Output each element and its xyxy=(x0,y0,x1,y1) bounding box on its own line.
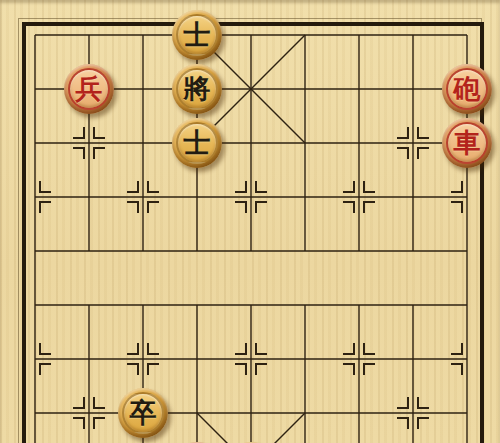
piece-face: 士 xyxy=(176,14,218,56)
piece-face: 將 xyxy=(176,68,218,110)
piece-face: 車 xyxy=(446,122,488,164)
piece-black-general[interactable]: 將 xyxy=(172,64,222,114)
piece-black-advisor-mid[interactable]: 士 xyxy=(172,118,222,168)
xiangqi-board[interactable]: 士兵將砲士車卒 xyxy=(0,0,500,443)
piece-red-chariot[interactable]: 車 xyxy=(442,118,492,168)
piece-character: 將 xyxy=(184,75,211,102)
piece-face: 砲 xyxy=(446,68,488,110)
piece-black-advisor-top[interactable]: 士 xyxy=(172,10,222,60)
piece-character: 士 xyxy=(184,129,211,156)
piece-character: 兵 xyxy=(76,75,103,102)
board-intersection-grid[interactable]: 士兵將砲士車卒 xyxy=(8,8,494,443)
piece-black-soldier[interactable]: 卒 xyxy=(118,388,168,438)
piece-face: 卒 xyxy=(122,392,164,434)
piece-red-soldier[interactable]: 兵 xyxy=(64,64,114,114)
piece-character: 砲 xyxy=(454,75,481,102)
piece-red-cannon[interactable]: 砲 xyxy=(442,64,492,114)
piece-face: 士 xyxy=(176,122,218,164)
piece-character: 卒 xyxy=(130,399,157,426)
piece-character: 士 xyxy=(184,21,211,48)
piece-character: 車 xyxy=(454,129,481,156)
piece-face: 兵 xyxy=(68,68,110,110)
